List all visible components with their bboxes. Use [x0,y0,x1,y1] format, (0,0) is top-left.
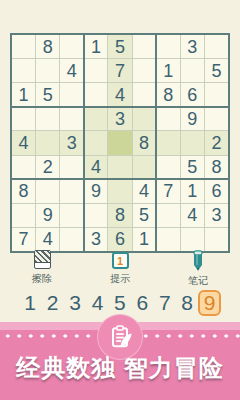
sudoku-cell[interactable] [84,59,107,82]
sudoku-cell[interactable]: 1 [12,83,35,106]
sudoku-cell[interactable]: 8 [12,180,35,203]
sudoku-cell[interactable] [12,35,35,58]
clipboard-quill-icon [97,314,143,360]
sudoku-cell[interactable] [205,35,228,58]
sudoku-cell[interactable]: 4 [133,180,156,203]
sudoku-cell[interactable]: 5 [36,83,59,106]
sudoku-cell[interactable] [157,35,180,58]
sudoku-cell[interactable]: 3 [60,131,83,154]
numpad-digit-9[interactable]: 9 [198,290,221,316]
sudoku-cell[interactable] [205,83,228,106]
sudoku-cell[interactable]: 9 [181,107,204,130]
sudoku-cell[interactable]: 5 [108,35,131,58]
box-separator-horizontal-2 [12,178,228,180]
sudoku-cell[interactable]: 4 [36,228,59,251]
sudoku-cell[interactable] [108,156,131,179]
notes-button[interactable]: 笔记 [166,250,230,286]
sudoku-cell[interactable]: 3 [205,204,228,227]
sudoku-cell[interactable]: 9 [36,204,59,227]
sudoku-cell[interactable]: 8 [157,83,180,106]
sudoku-cell[interactable]: 3 [108,107,131,130]
notes-label: 笔记 [188,274,208,288]
hint-button[interactable]: 1 提示 [88,250,152,286]
numpad-digit-4[interactable]: 4 [86,290,108,316]
sudoku-cell[interactable]: 7 [157,180,180,203]
sudoku-cell[interactable]: 1 [133,228,156,251]
sudoku-cell[interactable]: 8 [36,35,59,58]
hint-count-icon: 1 [112,252,129,269]
eraser-icon [34,250,51,269]
sudoku-cell[interactable] [157,204,180,227]
erase-label: 擦除 [32,272,52,286]
sudoku-cell[interactable] [84,107,107,130]
sudoku-cell[interactable]: 5 [181,156,204,179]
sudoku-cell[interactable] [36,180,59,203]
sudoku-cell[interactable] [60,83,83,106]
sudoku-cell[interactable]: 6 [181,83,204,106]
sudoku-cell[interactable] [181,131,204,154]
sudoku-cell[interactable] [108,180,131,203]
box-separator-horizontal-1 [12,106,228,108]
sudoku-cell[interactable]: 5 [205,59,228,82]
sudoku-cell[interactable]: 9 [84,180,107,203]
sudoku-cell[interactable] [181,228,204,251]
numpad-digit-3[interactable]: 3 [64,290,86,316]
sudoku-cell[interactable] [60,107,83,130]
sudoku-cell[interactable] [133,83,156,106]
sudoku-cell[interactable] [60,228,83,251]
sudoku-cell[interactable]: 3 [181,35,204,58]
sudoku-cell[interactable]: 2 [205,131,228,154]
sudoku-cell[interactable]: 4 [181,204,204,227]
sudoku-cell[interactable]: 4 [108,83,131,106]
sudoku-cell[interactable] [133,156,156,179]
sudoku-cell[interactable] [133,35,156,58]
sudoku-cell[interactable]: 3 [84,228,107,251]
sudoku-cell[interactable]: 1 [84,35,107,58]
numpad-digit-1[interactable]: 1 [19,290,41,316]
sudoku-cell[interactable] [157,228,180,251]
sudoku-cell[interactable] [12,156,35,179]
sudoku-cell[interactable] [181,59,204,82]
sudoku-cell[interactable] [36,131,59,154]
numpad-digit-8[interactable]: 8 [176,290,198,316]
sudoku-cell[interactable]: 8 [133,131,156,154]
number-pad: 123456789 [19,289,221,317]
sudoku-cell[interactable] [36,107,59,130]
sudoku-cell[interactable] [84,83,107,106]
sudoku-cell[interactable]: 8 [108,204,131,227]
pencil-icon [190,250,206,271]
sudoku-cell[interactable] [133,59,156,82]
numpad-digit-7[interactable]: 7 [154,290,176,316]
sudoku-cell[interactable] [12,204,35,227]
numpad-digit-2[interactable]: 2 [41,290,63,316]
sudoku-cell[interactable] [36,59,59,82]
sudoku-cell[interactable] [108,131,131,154]
box-separator-vertical-2 [155,35,157,251]
numpad-digit-6[interactable]: 6 [131,290,153,316]
sudoku-cell[interactable]: 4 [60,59,83,82]
sudoku-cell[interactable]: 1 [181,180,204,203]
sudoku-board: 815347151548639438224588947169854374361 [10,33,230,253]
sudoku-cell[interactable] [205,107,228,130]
sudoku-cell[interactable]: 6 [108,228,131,251]
sudoku-cell[interactable] [157,156,180,179]
sudoku-cell[interactable] [157,131,180,154]
sudoku-cell[interactable] [60,180,83,203]
sudoku-cell[interactable] [205,228,228,251]
sudoku-cell[interactable]: 1 [157,59,180,82]
sudoku-cell[interactable] [12,59,35,82]
sudoku-cell[interactable]: 7 [108,59,131,82]
sudoku-cell[interactable] [133,107,156,130]
toolbar: 擦除 1 提示 笔记 [10,250,230,286]
erase-button[interactable]: 擦除 [10,250,74,286]
sudoku-cell[interactable] [84,131,107,154]
sudoku-cell[interactable] [60,204,83,227]
hint-count: 1 [117,255,123,267]
sudoku-cell[interactable]: 4 [12,131,35,154]
sudoku-cell[interactable]: 2 [36,156,59,179]
hint-label: 提示 [110,272,130,286]
sudoku-cell[interactable]: 8 [205,156,228,179]
sudoku-cell[interactable]: 5 [133,204,156,227]
numpad-digit-5[interactable]: 5 [109,290,131,316]
promo-banner[interactable]: 经典数独 智力冒险 [0,322,240,400]
box-separator-vertical-1 [83,35,85,251]
sudoku-cell[interactable] [12,107,35,130]
sudoku-cell[interactable] [157,107,180,130]
sudoku-cell[interactable] [84,204,107,227]
sudoku-cell[interactable]: 6 [205,180,228,203]
sudoku-cell[interactable]: 7 [12,228,35,251]
sudoku-cell[interactable]: 4 [84,156,107,179]
sudoku-cell[interactable] [60,35,83,58]
sudoku-cell[interactable] [60,156,83,179]
